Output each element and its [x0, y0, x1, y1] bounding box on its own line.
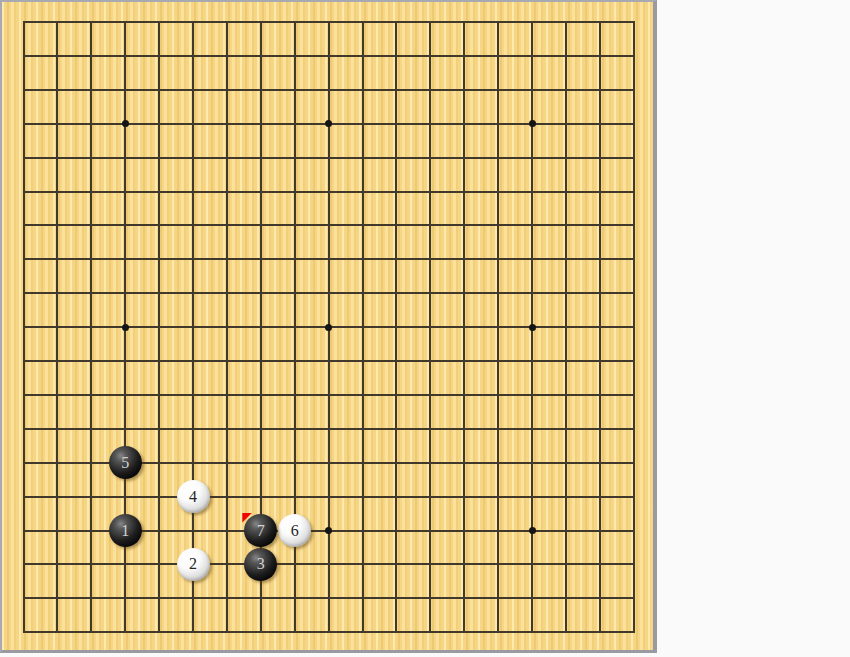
- grid-line-vertical: [497, 21, 499, 633]
- grid-line-horizontal: [23, 496, 635, 498]
- grid-line-vertical: [395, 21, 397, 633]
- stone-move-number: 3: [257, 556, 265, 572]
- grid-line-vertical: [429, 21, 431, 633]
- grid-line-vertical: [463, 21, 465, 633]
- grid-line-vertical: [633, 21, 635, 633]
- grid-line-horizontal: [23, 428, 635, 430]
- stone-move-number: 6: [291, 523, 299, 539]
- stone-black-3: 3: [244, 548, 277, 581]
- star-point: [529, 120, 536, 127]
- app-background: 1234567: [0, 0, 850, 657]
- grid-line-horizontal: [23, 631, 635, 633]
- grid-line-vertical: [599, 21, 601, 633]
- star-point: [122, 324, 129, 331]
- star-point: [325, 527, 332, 534]
- stone-move-number: 5: [121, 455, 129, 471]
- stone-move-number: 2: [189, 556, 197, 572]
- star-point: [529, 527, 536, 534]
- star-point: [122, 120, 129, 127]
- grid-line-vertical: [362, 21, 364, 633]
- stone-white-6: 6: [278, 514, 311, 547]
- star-point: [325, 324, 332, 331]
- star-point: [325, 120, 332, 127]
- stone-black-5: 5: [109, 446, 142, 479]
- stone-move-number: 1: [121, 523, 129, 539]
- star-point: [529, 324, 536, 331]
- stone-move-number: 4: [189, 489, 197, 505]
- go-board[interactable]: 1234567: [0, 0, 657, 653]
- grid-line-vertical: [565, 21, 567, 633]
- grid-line-horizontal: [23, 597, 635, 599]
- stone-black-7: 7: [244, 514, 277, 547]
- stone-white-4: 4: [177, 480, 210, 513]
- grid-line-horizontal: [23, 360, 635, 362]
- stone-white-2: 2: [177, 548, 210, 581]
- stone-black-1: 1: [109, 514, 142, 547]
- stone-move-number: 7: [257, 523, 265, 539]
- grid-line-horizontal: [23, 394, 635, 396]
- grid-line-horizontal: [23, 563, 635, 565]
